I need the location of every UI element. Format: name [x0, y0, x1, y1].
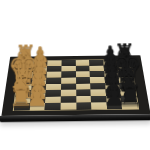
square-a5 [75, 103, 91, 110]
square-a8: ♜ [121, 102, 137, 109]
board-front-edge [0, 114, 150, 123]
board-scene: ♜♟♟♜♞♟♟♞♝♟♟♝♚♟♟♚♛♟♟♛♝♟♟♝♞♟♟♞♜♟♟♜ [0, 0, 150, 150]
board-squares: ♜♟♟♜♞♟♟♞♝♟♟♝♚♟♟♚♛♟♟♛♝♟♟♝♞♟♟♞♜♟♟♜ [12, 59, 138, 111]
chess-set-product-photo: ♜♟♟♜♞♟♟♞♝♟♟♝♚♟♟♚♛♟♟♛♝♟♟♝♞♟♟♞♜♟♟♜ [0, 0, 150, 150]
chess-board: ♜♟♟♜♞♟♟♞♝♟♟♝♚♟♟♚♛♟♟♛♝♟♟♝♞♟♟♞♜♟♟♜ [1, 55, 150, 116]
white-pawn: ♟ [25, 86, 47, 111]
square-e4 [60, 77, 75, 83]
black-rook: ♜ [117, 81, 142, 109]
square-a4 [60, 103, 76, 110]
square-a2: ♟ [29, 103, 45, 110]
